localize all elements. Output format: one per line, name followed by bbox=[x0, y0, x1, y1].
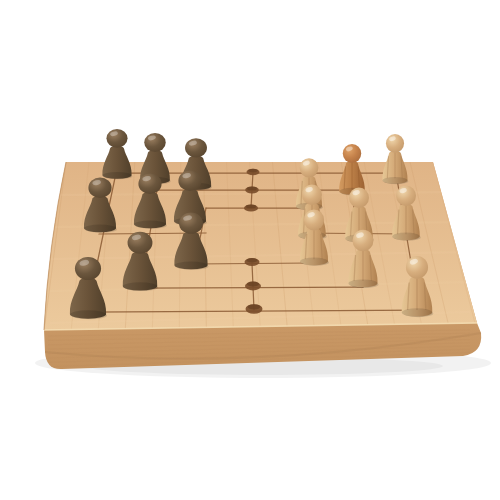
peg-base-shade bbox=[70, 310, 106, 319]
peg-head bbox=[406, 256, 428, 279]
peg-base-shade bbox=[402, 308, 433, 317]
peg-head bbox=[300, 158, 319, 177]
peg-head bbox=[352, 230, 373, 252]
peg-base-shade bbox=[134, 221, 166, 229]
peg-head bbox=[144, 133, 166, 152]
peg-head bbox=[106, 129, 127, 148]
peg-base-shade bbox=[174, 261, 207, 269]
hole-shade-d3 bbox=[246, 258, 257, 262]
peg-head bbox=[128, 232, 153, 254]
hole-shade-d7 bbox=[248, 169, 258, 173]
hole-shade-d6 bbox=[247, 187, 257, 191]
hole-shade-d1 bbox=[248, 304, 261, 309]
peg-head bbox=[343, 144, 361, 163]
peg-head bbox=[75, 257, 101, 280]
peg-head bbox=[386, 134, 404, 153]
peg-base-shade bbox=[348, 279, 377, 287]
morris-board-scene bbox=[0, 0, 500, 500]
peg-base-shade bbox=[300, 258, 328, 266]
hole-shade-d5 bbox=[246, 204, 257, 208]
peg-dark-a7[interactable] bbox=[102, 129, 132, 179]
peg-base-shade bbox=[102, 172, 131, 179]
peg-head bbox=[349, 187, 369, 208]
peg-head bbox=[302, 184, 322, 205]
peg-head bbox=[138, 173, 161, 194]
peg-head bbox=[179, 213, 203, 234]
peg-head bbox=[185, 138, 207, 157]
peg-base-shade bbox=[382, 177, 407, 184]
peg-head bbox=[304, 209, 324, 230]
peg-base-shade bbox=[123, 282, 157, 290]
peg-base-shade bbox=[84, 225, 116, 233]
peg-head bbox=[88, 177, 111, 198]
peg-head bbox=[396, 185, 416, 206]
peg-base-shade bbox=[392, 233, 420, 241]
peg-light-g7[interactable] bbox=[382, 134, 408, 184]
peg-head bbox=[178, 170, 201, 191]
product-photo-stage bbox=[0, 0, 500, 500]
hole-shade-d2 bbox=[247, 282, 259, 287]
